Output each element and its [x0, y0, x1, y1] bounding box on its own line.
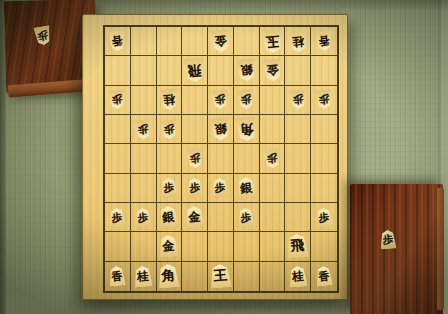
- sente-piece-stand[interactable]: 歩: [350, 184, 443, 314]
- board-cell[interactable]: [260, 174, 286, 203]
- board-cell[interactable]: [260, 203, 286, 232]
- sente-stand-edge: [437, 188, 444, 310]
- board-cell[interactable]: [131, 27, 157, 56]
- board-cell[interactable]: [208, 232, 234, 261]
- shogi-piece-sente[interactable]: 香: [109, 266, 127, 287]
- shogi-grid[interactable]: 香金玉桂香飛銀金歩桂歩歩歩歩歩歩銀角歩歩歩歩歩銀歩歩銀金歩歩金飛香桂角王桂香: [103, 25, 339, 293]
- board-cell[interactable]: [105, 144, 131, 173]
- board-cell[interactable]: 飛: [285, 232, 311, 261]
- board-cell[interactable]: 歩: [131, 203, 157, 232]
- shogi-piece-gote[interactable]: 歩: [160, 119, 178, 139]
- shogi-piece-gote[interactable]: 飛: [183, 58, 206, 84]
- shogi-piece-gote[interactable]: 歩: [263, 148, 281, 168]
- shogi-piece-sente[interactable]: 角: [157, 263, 180, 289]
- board-cell[interactable]: [208, 56, 234, 85]
- board-cell[interactable]: [234, 232, 260, 261]
- board-cell[interactable]: [260, 262, 286, 291]
- board-cell[interactable]: 桂: [157, 86, 183, 115]
- board-cell[interactable]: 銀: [234, 174, 260, 203]
- board-cell[interactable]: 歩: [260, 144, 286, 173]
- board-cell[interactable]: [311, 56, 337, 85]
- board-cell[interactable]: 金: [157, 232, 183, 261]
- shogi-piece-sente[interactable]: 王: [209, 263, 232, 289]
- board-cell[interactable]: [260, 86, 286, 115]
- shogi-piece-sente[interactable]: 歩: [315, 207, 333, 227]
- board-cell[interactable]: 歩: [234, 203, 260, 232]
- shogi-piece-sente[interactable]: 香: [315, 266, 333, 287]
- shogi-piece-gote[interactable]: 香: [315, 30, 333, 51]
- board-cell[interactable]: [311, 144, 337, 173]
- board-cell[interactable]: [105, 232, 131, 261]
- board-cell[interactable]: [234, 144, 260, 173]
- shogi-piece-gote[interactable]: 歩: [315, 90, 333, 110]
- board-cell[interactable]: [157, 144, 183, 173]
- board-cell[interactable]: [131, 144, 157, 173]
- board-cell[interactable]: [285, 56, 311, 85]
- shogi-piece-sente[interactable]: 歩: [212, 178, 230, 198]
- board-cell[interactable]: 歩: [208, 174, 234, 203]
- board-cell[interactable]: [131, 56, 157, 85]
- shogi-piece-gote[interactable]: 角: [235, 116, 258, 142]
- shogi-piece-sente[interactable]: 飛: [286, 234, 309, 260]
- shogi-board[interactable]: 香金玉桂香飛銀金歩桂歩歩歩歩歩歩銀角歩歩歩歩歩銀歩歩銀金歩歩金飛香桂角王桂香: [82, 14, 348, 300]
- shogi-piece-sente[interactable]: 金: [184, 205, 205, 229]
- board-cell[interactable]: 桂: [131, 262, 157, 291]
- shogi-piece-sente[interactable]: 歩: [134, 207, 152, 227]
- board-cell[interactable]: [234, 27, 260, 56]
- shogi-piece-gote[interactable]: 銀: [210, 117, 231, 141]
- board-cell[interactable]: [182, 86, 208, 115]
- board-cell[interactable]: 金: [208, 27, 234, 56]
- board-cell[interactable]: 歩: [105, 203, 131, 232]
- board-cell[interactable]: [285, 144, 311, 173]
- shogi-piece-gote[interactable]: 銀: [236, 59, 257, 83]
- board-cell[interactable]: 歩: [157, 174, 183, 203]
- board-cell[interactable]: [157, 27, 183, 56]
- shogi-piece-gote[interactable]: 金: [262, 59, 283, 83]
- gote-captured-pieces[interactable]: 歩: [34, 26, 50, 45]
- shogi-piece-gote[interactable]: 歩: [109, 90, 127, 110]
- board-cell[interactable]: [105, 115, 131, 144]
- board-cell[interactable]: [285, 115, 311, 144]
- board-cell[interactable]: [182, 115, 208, 144]
- board-cell[interactable]: [131, 174, 157, 203]
- board-cell[interactable]: 桂: [285, 27, 311, 56]
- shogi-piece-sente[interactable]: 歩: [109, 207, 127, 227]
- board-cell[interactable]: 玉: [260, 27, 286, 56]
- board-cell[interactable]: 歩: [285, 86, 311, 115]
- board-cell[interactable]: 銀: [208, 115, 234, 144]
- board-cell[interactable]: 銀: [157, 203, 183, 232]
- shogi-piece-sente[interactable]: 歩: [379, 229, 396, 249]
- board-cell[interactable]: 香: [105, 27, 131, 56]
- board-cell[interactable]: [260, 115, 286, 144]
- board-cell[interactable]: [311, 115, 337, 144]
- shogi-piece-gote[interactable]: 歩: [289, 90, 307, 110]
- board-cell[interactable]: 歩: [234, 86, 260, 115]
- board-cell[interactable]: [131, 86, 157, 115]
- board-cell[interactable]: 飛: [182, 56, 208, 85]
- board-cell[interactable]: [182, 232, 208, 261]
- shogi-piece-gote[interactable]: 玉: [261, 28, 284, 54]
- board-cell[interactable]: 角: [157, 262, 183, 291]
- board-cell[interactable]: 香: [311, 262, 337, 291]
- board-cell[interactable]: 歩: [182, 144, 208, 173]
- board-cell[interactable]: [157, 56, 183, 85]
- board-cell[interactable]: [182, 27, 208, 56]
- board-cell[interactable]: 歩: [131, 115, 157, 144]
- board-cell[interactable]: 桂: [285, 262, 311, 291]
- shogi-piece-sente[interactable]: 金: [159, 235, 180, 259]
- shogi-piece-sente[interactable]: 歩: [160, 178, 178, 198]
- board-cell[interactable]: 歩: [311, 203, 337, 232]
- board-cell[interactable]: [208, 144, 234, 173]
- shogi-piece-gote[interactable]: 桂: [159, 89, 179, 111]
- board-cell[interactable]: [311, 232, 337, 261]
- board-cell[interactable]: 香: [105, 262, 131, 291]
- shogi-piece-sente[interactable]: 歩: [186, 178, 204, 198]
- board-cell[interactable]: 金: [260, 56, 286, 85]
- board-cell[interactable]: 歩: [182, 174, 208, 203]
- shogi-piece-gote[interactable]: 香: [109, 30, 127, 51]
- board-cell[interactable]: 銀: [234, 56, 260, 85]
- board-cell[interactable]: 歩: [311, 86, 337, 115]
- shogi-piece-sente[interactable]: 歩: [237, 207, 255, 227]
- board-cell[interactable]: 歩: [157, 115, 183, 144]
- board-cell[interactable]: [105, 56, 131, 85]
- board-cell[interactable]: 角: [234, 115, 260, 144]
- shogi-piece-gote[interactable]: 歩: [33, 25, 52, 46]
- board-cell[interactable]: [285, 203, 311, 232]
- sente-captured-pieces[interactable]: 歩: [380, 230, 396, 249]
- board-cell[interactable]: [234, 262, 260, 291]
- board-cell[interactable]: [260, 232, 286, 261]
- board-cell[interactable]: [208, 203, 234, 232]
- shogi-piece-gote[interactable]: 金: [210, 29, 231, 53]
- shogi-piece-sente[interactable]: 銀: [236, 176, 257, 200]
- board-cell[interactable]: 歩: [105, 86, 131, 115]
- board-cell[interactable]: 香: [311, 27, 337, 56]
- shogi-piece-gote[interactable]: 歩: [212, 90, 230, 110]
- shogi-piece-sente[interactable]: 桂: [288, 265, 308, 287]
- shogi-piece-sente[interactable]: 銀: [159, 205, 180, 229]
- shogi-piece-gote[interactable]: 桂: [288, 30, 308, 52]
- shogi-piece-gote[interactable]: 歩: [237, 90, 255, 110]
- board-cell[interactable]: [285, 174, 311, 203]
- board-cell[interactable]: 歩: [208, 86, 234, 115]
- board-cell[interactable]: [311, 174, 337, 203]
- board-cell[interactable]: [182, 262, 208, 291]
- board-cell[interactable]: 金: [182, 203, 208, 232]
- shogi-piece-gote[interactable]: 歩: [186, 148, 204, 168]
- board-cell[interactable]: 王: [208, 262, 234, 291]
- board-cell[interactable]: [105, 174, 131, 203]
- shogi-piece-sente[interactable]: 桂: [133, 265, 153, 287]
- shogi-piece-gote[interactable]: 歩: [134, 119, 152, 139]
- board-cell[interactable]: [131, 232, 157, 261]
